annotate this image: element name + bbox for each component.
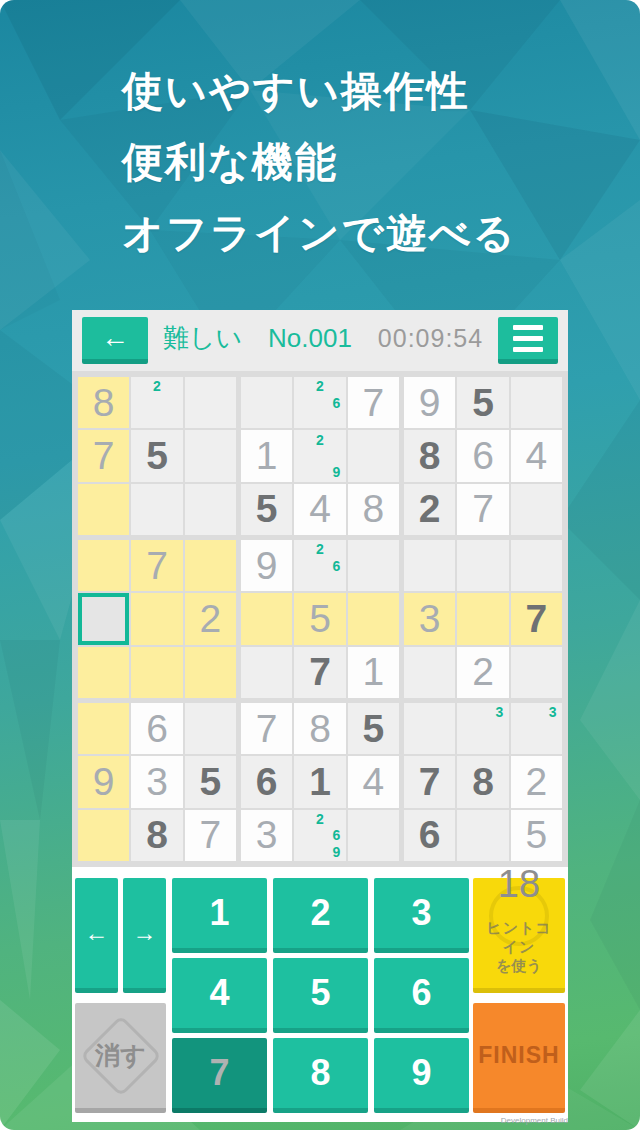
cell-r8c8[interactable]: 8 (457, 756, 508, 807)
number-button-6[interactable]: 6 (374, 958, 469, 1033)
pencil-digit (149, 411, 165, 427)
number-button-4[interactable]: 4 (172, 958, 267, 1033)
cell-r8c7[interactable]: 7 (404, 756, 455, 807)
pencil-digit (328, 574, 344, 590)
pencil-digit (312, 827, 328, 843)
puzzle-number: No.001 (268, 323, 352, 354)
cell-r7c5[interactable]: 8 (294, 703, 345, 754)
pencil-digit (132, 378, 148, 394)
pencil-digit: 6 (328, 394, 344, 410)
cell-r7c6[interactable]: 5 (348, 703, 399, 754)
number-button-3[interactable]: 3 (374, 878, 469, 953)
cell-r1c5[interactable]: 26 (294, 377, 345, 428)
pencil-digit (328, 541, 344, 557)
pencil-digit (528, 720, 544, 736)
pencil-digit (312, 394, 328, 410)
cell-r5c7[interactable]: 3 (404, 593, 455, 644)
pencil-digit: 2 (149, 378, 165, 394)
cell-r8c5[interactable]: 1 (294, 756, 345, 807)
box-3: 9586427 (404, 377, 562, 535)
back-button[interactable]: ← (82, 317, 148, 364)
tagline-line-2: 便利な機能 (122, 127, 517, 198)
app-tagline: 使いやすい操作性 便利な機能 オフラインで遊べる (122, 56, 517, 269)
header-info: 難しい No.001 00:09:54 (158, 310, 488, 366)
cell-r3c8[interactable]: 7 (457, 484, 508, 535)
sudoku-board: 8275267129548958642772926571372693587785… (72, 371, 568, 867)
box-2: 267129548 (241, 377, 399, 535)
cell-r5c9[interactable]: 7 (511, 593, 562, 644)
cell-r7c1[interactable] (78, 703, 129, 754)
cell-r2c7[interactable]: 8 (404, 430, 455, 481)
pencil-digit (312, 411, 328, 427)
arrow-right-icon: → (133, 919, 157, 947)
pencil-digit: 9 (328, 464, 344, 480)
menu-button[interactable] (498, 317, 558, 364)
arrow-left-icon: ← (85, 919, 109, 947)
game-header: ← 難しい No.001 00:09:54 (72, 310, 568, 371)
pencil-digit: 2 (312, 541, 328, 557)
box-1: 8275 (78, 377, 236, 535)
cell-r9c6[interactable] (348, 810, 399, 861)
cell-r4c4[interactable]: 9 (241, 540, 292, 591)
cell-r7c8[interactable]: 3 (457, 703, 508, 754)
cell-r4c3[interactable] (185, 540, 236, 591)
cell-r7c9[interactable]: 3 (511, 703, 562, 754)
cell-r8c9[interactable]: 2 (511, 756, 562, 807)
cell-r4c7[interactable] (404, 540, 455, 591)
pencil-marks: 29 (295, 431, 344, 480)
pencil-digit (512, 720, 528, 736)
cell-r5c3[interactable]: 2 (185, 593, 236, 644)
cell-r8c2[interactable]: 3 (131, 756, 182, 807)
cell-r6c4[interactable] (241, 647, 292, 698)
move-right-button[interactable]: → (123, 878, 166, 993)
pencil-digit (328, 378, 344, 394)
cell-r4c1[interactable] (78, 540, 129, 591)
erase-label: 消す (95, 1039, 146, 1072)
cell-r8c1[interactable]: 9 (78, 756, 129, 807)
cell-r5c2[interactable] (131, 593, 182, 644)
cell-r6c2[interactable] (131, 647, 182, 698)
pencil-digit (512, 737, 528, 753)
hamburger-icon (513, 325, 543, 330)
cell-r5c5[interactable]: 5 (294, 593, 345, 644)
number-button-9[interactable]: 9 (374, 1038, 469, 1113)
cell-r9c2[interactable]: 8 (131, 810, 182, 861)
pencil-digit (295, 557, 311, 573)
cell-r4c8[interactable] (457, 540, 508, 591)
cell-r9c3[interactable]: 7 (185, 810, 236, 861)
pencil-digit (458, 737, 474, 753)
pencil-digit (328, 411, 344, 427)
pencil-digit (312, 448, 328, 464)
erase-button[interactable]: 消す (75, 1003, 166, 1113)
cell-r1c8[interactable]: 5 (457, 377, 508, 428)
cell-r4c6[interactable] (348, 540, 399, 591)
hint-coin-count: 18 (498, 865, 540, 903)
cell-r2c3[interactable] (185, 430, 236, 481)
cell-r2c5[interactable]: 29 (294, 430, 345, 481)
pencil-digit: 9 (328, 844, 344, 860)
pencil-digit (295, 378, 311, 394)
pencil-digit (312, 574, 328, 590)
cell-r1c1[interactable]: 8 (78, 377, 129, 428)
pencil-digit: 2 (312, 378, 328, 394)
pencil-marks: 2 (132, 378, 181, 427)
cell-r9c8[interactable] (457, 810, 508, 861)
pencil-digit (312, 464, 328, 480)
pencil-digit (475, 720, 491, 736)
pencil-digit: 2 (312, 431, 328, 447)
pencil-digit: 3 (491, 704, 507, 720)
cell-r6c7[interactable] (404, 647, 455, 698)
box-9: 3378265 (404, 703, 562, 861)
cell-r8c6[interactable]: 4 (348, 756, 399, 807)
cell-r3c5[interactable]: 4 (294, 484, 345, 535)
development-build-watermark: Development Build (501, 1116, 568, 1125)
finish-button[interactable]: FINISH (473, 1003, 565, 1113)
cell-r3c7[interactable]: 2 (404, 484, 455, 535)
pencil-digit (295, 464, 311, 480)
pencil-digit (149, 394, 165, 410)
cell-r7c2[interactable]: 6 (131, 703, 182, 754)
pencil-digit (491, 737, 507, 753)
box-4: 72 (78, 540, 236, 698)
pencil-digit (328, 431, 344, 447)
cell-r6c1[interactable] (78, 647, 129, 698)
move-left-button[interactable]: ← (75, 878, 118, 993)
pencil-marks: 26 (295, 378, 344, 427)
cell-r9c7[interactable]: 6 (404, 810, 455, 861)
cell-r5c8[interactable] (457, 593, 508, 644)
pencil-digit (458, 704, 474, 720)
cell-r2c6[interactable] (348, 430, 399, 481)
pencil-digit (491, 720, 507, 736)
pencil-digit (295, 574, 311, 590)
cell-r1c6[interactable]: 7 (348, 377, 399, 428)
pencil-digit (545, 720, 561, 736)
cell-r6c5[interactable]: 7 (294, 647, 345, 698)
pencil-digit (132, 394, 148, 410)
pencil-digit (328, 448, 344, 464)
difficulty-label: 難しい (163, 321, 242, 356)
pencil-digit (512, 704, 528, 720)
number-button-7[interactable]: 7 (172, 1038, 267, 1113)
pencil-marks: 269 (295, 811, 344, 860)
cell-r1c9[interactable] (511, 377, 562, 428)
pencil-digit (295, 811, 311, 827)
pencil-digit (295, 541, 311, 557)
cell-r1c7[interactable]: 9 (404, 377, 455, 428)
pencil-digit (528, 704, 544, 720)
input-keypad: ← → 消す 123456789 18 ヒントコイン を使う FINISH (75, 878, 565, 1113)
box-8: 7856143269 (241, 703, 399, 861)
cell-r3c6[interactable]: 8 (348, 484, 399, 535)
pencil-digit: 6 (328, 827, 344, 843)
pencil-digit (295, 394, 311, 410)
pencil-digit (328, 811, 344, 827)
hamburger-icon (513, 336, 543, 341)
pencil-marks: 26 (295, 541, 344, 590)
pencil-digit (545, 737, 561, 753)
cell-r2c8[interactable]: 6 (457, 430, 508, 481)
pencil-marks: 3 (512, 704, 561, 753)
pencil-marks: 3 (458, 704, 507, 753)
cell-r2c1[interactable]: 7 (78, 430, 129, 481)
box-6: 372 (404, 540, 562, 698)
pencil-digit (295, 844, 311, 860)
pencil-digit (165, 411, 181, 427)
cell-r2c2[interactable]: 5 (131, 430, 182, 481)
pencil-digit: 2 (312, 811, 328, 827)
cell-r3c3[interactable] (185, 484, 236, 535)
cell-r5c6[interactable] (348, 593, 399, 644)
pencil-digit (295, 411, 311, 427)
pencil-digit (312, 557, 328, 573)
cell-r2c9[interactable]: 4 (511, 430, 562, 481)
cell-r9c1[interactable] (78, 810, 129, 861)
cell-r1c2[interactable]: 2 (131, 377, 182, 428)
cell-r3c2[interactable] (131, 484, 182, 535)
box-5: 926571 (241, 540, 399, 698)
hamburger-icon (513, 347, 543, 352)
pencil-digit (475, 737, 491, 753)
cell-r9c4[interactable]: 3 (241, 810, 292, 861)
cell-r8c3[interactable]: 5 (185, 756, 236, 807)
box-7: 693587 (78, 703, 236, 861)
cell-r3c1[interactable] (78, 484, 129, 535)
cell-r4c2[interactable]: 7 (131, 540, 182, 591)
cell-r6c8[interactable]: 2 (457, 647, 508, 698)
cell-r1c4[interactable] (241, 377, 292, 428)
sudoku-app-panel: ← 難しい No.001 00:09:54 827526712954895864… (72, 310, 568, 1122)
cell-r6c6[interactable]: 1 (348, 647, 399, 698)
cell-r3c4[interactable]: 5 (241, 484, 292, 535)
cell-r9c9[interactable]: 5 (511, 810, 562, 861)
number-button-8[interactable]: 8 (273, 1038, 368, 1113)
pencil-digit (458, 720, 474, 736)
cell-r2c4[interactable]: 1 (241, 430, 292, 481)
pencil-digit (295, 431, 311, 447)
number-button-5[interactable]: 5 (273, 958, 368, 1033)
cell-r9c5[interactable]: 269 (294, 810, 345, 861)
back-arrow-icon: ← (101, 324, 129, 352)
pencil-digit (295, 448, 311, 464)
pencil-digit: 6 (328, 557, 344, 573)
pencil-digit (165, 378, 181, 394)
cell-r6c3[interactable] (185, 647, 236, 698)
cell-r5c4[interactable] (241, 593, 292, 644)
cell-r7c7[interactable] (404, 703, 455, 754)
pencil-digit (312, 844, 328, 860)
pencil-digit (475, 704, 491, 720)
cell-r6c9[interactable] (511, 647, 562, 698)
cell-r7c4[interactable]: 7 (241, 703, 292, 754)
tagline-line-3: オフラインで遊べる (122, 198, 517, 269)
pencil-digit (165, 394, 181, 410)
cell-r8c4[interactable]: 6 (241, 756, 292, 807)
hint-label-line2: を使う (496, 957, 542, 976)
cell-r4c5[interactable]: 26 (294, 540, 345, 591)
number-button-1[interactable]: 1 (172, 878, 267, 953)
timer: 00:09:54 (378, 324, 483, 353)
number-button-2[interactable]: 2 (273, 878, 368, 953)
pencil-digit (295, 827, 311, 843)
cell-r1c3[interactable] (185, 377, 236, 428)
hint-coin-button[interactable]: 18 ヒントコイン を使う (473, 878, 565, 993)
pencil-digit (132, 411, 148, 427)
tagline-line-1: 使いやすい操作性 (122, 56, 517, 127)
cell-r7c3[interactable] (185, 703, 236, 754)
cell-r4c9[interactable] (511, 540, 562, 591)
pencil-digit (528, 737, 544, 753)
pencil-digit: 3 (545, 704, 561, 720)
cell-r5c1[interactable] (78, 593, 129, 644)
cell-r3c9[interactable] (511, 484, 562, 535)
